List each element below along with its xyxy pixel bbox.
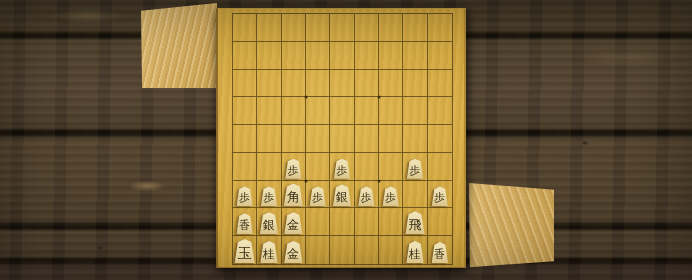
piece-bishop-7g[interactable]: 角 <box>283 183 303 206</box>
piece-kanji: 桂 <box>406 241 424 263</box>
piece-kanji: 歩 <box>333 159 350 179</box>
cell-6e[interactable] <box>306 125 330 153</box>
shogi-board: 歩歩歩歩歩角歩銀歩歩歩香銀金飛玉桂金桂香 <box>216 8 466 268</box>
piece-lance-9h[interactable]: 香 <box>236 213 253 234</box>
cell-5f[interactable]: 歩 <box>330 153 354 181</box>
cell-9g[interactable]: 歩 <box>233 181 257 209</box>
cell-8i[interactable]: 桂 <box>257 236 281 264</box>
piece-kanji: 歩 <box>285 159 302 179</box>
cell-5h[interactable] <box>330 208 354 236</box>
cell-1d[interactable] <box>428 97 452 125</box>
piece-silver-8h[interactable]: 銀 <box>259 212 278 234</box>
cell-9i[interactable]: 玉 <box>233 236 257 264</box>
board-grid: 歩歩歩歩歩角歩銀歩歩歩香銀金飛玉桂金桂香 <box>232 13 453 265</box>
piece-gold-7i[interactable]: 金 <box>284 241 303 263</box>
piece-pawn-7f[interactable]: 歩 <box>285 159 302 179</box>
cell-6f[interactable] <box>306 153 330 181</box>
cell-6h[interactable] <box>306 208 330 236</box>
cell-8e[interactable] <box>257 125 281 153</box>
piece-silver-5g[interactable]: 銀 <box>332 184 351 206</box>
cell-1a[interactable] <box>428 14 452 42</box>
cell-7g[interactable]: 角 <box>282 181 306 209</box>
cell-2c[interactable] <box>403 70 427 98</box>
piece-lance-1i[interactable]: 香 <box>431 242 448 263</box>
star-point <box>304 179 307 182</box>
piece-pawn-2f[interactable]: 歩 <box>406 159 423 179</box>
piece-gold-7h[interactable]: 金 <box>284 212 303 234</box>
cell-3e[interactable] <box>379 125 403 153</box>
cell-4f[interactable] <box>355 153 379 181</box>
cell-1b[interactable] <box>428 42 452 70</box>
cell-6d[interactable] <box>306 97 330 125</box>
cell-7d[interactable] <box>282 97 306 125</box>
cell-3f[interactable] <box>379 153 403 181</box>
cell-3i[interactable] <box>379 236 403 264</box>
cell-1c[interactable] <box>428 70 452 98</box>
cell-3c[interactable] <box>379 70 403 98</box>
cell-6b[interactable] <box>306 42 330 70</box>
cell-8c[interactable] <box>257 70 281 98</box>
cell-9e[interactable] <box>233 125 257 153</box>
cell-3a[interactable] <box>379 14 403 42</box>
cell-7e[interactable] <box>282 125 306 153</box>
cell-6c[interactable] <box>306 70 330 98</box>
cell-2b[interactable] <box>403 42 427 70</box>
cell-5i[interactable] <box>330 236 354 264</box>
star-point <box>377 96 380 99</box>
piece-kanji: 歩 <box>406 159 423 179</box>
cell-7h[interactable]: 金 <box>282 208 306 236</box>
cell-4d[interactable] <box>355 97 379 125</box>
cell-9b[interactable] <box>233 42 257 70</box>
cell-4a[interactable] <box>355 14 379 42</box>
cell-2e[interactable] <box>403 125 427 153</box>
cell-3h[interactable] <box>379 208 403 236</box>
cell-4b[interactable] <box>355 42 379 70</box>
piece-pawn-8g[interactable]: 歩 <box>260 186 277 206</box>
piece-pawn-1g[interactable]: 歩 <box>431 186 448 206</box>
cell-8b[interactable] <box>257 42 281 70</box>
cell-7f[interactable]: 歩 <box>282 153 306 181</box>
piece-rook-2h[interactable]: 飛 <box>405 211 425 234</box>
piece-kanji: 角 <box>283 183 303 206</box>
piece-kanji: 銀 <box>259 212 278 234</box>
cell-8d[interactable] <box>257 97 281 125</box>
cell-5d[interactable] <box>330 97 354 125</box>
piece-kanji: 金 <box>284 241 303 263</box>
star-point <box>377 179 380 182</box>
cell-9c[interactable] <box>233 70 257 98</box>
cell-5a[interactable] <box>330 14 354 42</box>
piece-kanji: 歩 <box>431 186 448 206</box>
cell-8f[interactable] <box>257 153 281 181</box>
piece-knight-8i[interactable]: 桂 <box>260 241 278 263</box>
cell-6a[interactable] <box>306 14 330 42</box>
cell-1f[interactable] <box>428 153 452 181</box>
piece-kanji: 香 <box>431 242 448 263</box>
piece-pawn-9g[interactable]: 歩 <box>236 186 253 206</box>
cell-4h[interactable] <box>355 208 379 236</box>
cell-9f[interactable] <box>233 153 257 181</box>
cell-1e[interactable] <box>428 125 452 153</box>
piece-knight-2i[interactable]: 桂 <box>406 241 424 263</box>
piece-kanji: 玉 <box>234 239 255 263</box>
cell-2i[interactable]: 桂 <box>403 236 427 264</box>
cell-4g[interactable]: 歩 <box>355 181 379 209</box>
piece-kanji: 銀 <box>332 184 351 206</box>
piece-kanji: 歩 <box>358 186 375 206</box>
piece-kanji: 歩 <box>236 186 253 206</box>
cell-7i[interactable]: 金 <box>282 236 306 264</box>
cell-2a[interactable] <box>403 14 427 42</box>
piece-king-9i[interactable]: 玉 <box>234 239 255 263</box>
cell-2h[interactable]: 飛 <box>403 208 427 236</box>
cell-7a[interactable] <box>282 14 306 42</box>
cell-9a[interactable] <box>233 14 257 42</box>
cell-2f[interactable]: 歩 <box>403 153 427 181</box>
piece-stand-right <box>469 183 554 268</box>
cell-5b[interactable] <box>330 42 354 70</box>
piece-stand-left <box>141 3 217 88</box>
cell-4e[interactable] <box>355 125 379 153</box>
cell-4i[interactable] <box>355 236 379 264</box>
cell-2d[interactable] <box>403 97 427 125</box>
cell-5g[interactable]: 銀 <box>330 181 354 209</box>
cell-7b[interactable] <box>282 42 306 70</box>
cell-3g[interactable]: 歩 <box>379 181 403 209</box>
photo-scene: 歩歩歩歩歩角歩銀歩歩歩香銀金飛玉桂金桂香 <box>0 0 692 280</box>
cell-7c[interactable] <box>282 70 306 98</box>
cell-4c[interactable] <box>355 70 379 98</box>
cell-3d[interactable] <box>379 97 403 125</box>
cell-6i[interactable] <box>306 236 330 264</box>
star-point <box>304 96 307 99</box>
cell-1i[interactable]: 香 <box>428 236 452 264</box>
piece-kanji: 金 <box>284 212 303 234</box>
piece-kanji: 歩 <box>382 186 399 206</box>
piece-pawn-4g[interactable]: 歩 <box>358 186 375 206</box>
cell-8g[interactable]: 歩 <box>257 181 281 209</box>
piece-kanji: 飛 <box>405 211 425 234</box>
cell-1g[interactable]: 歩 <box>428 181 452 209</box>
piece-pawn-5f[interactable]: 歩 <box>333 159 350 179</box>
cell-1h[interactable] <box>428 208 452 236</box>
cell-6g[interactable]: 歩 <box>306 181 330 209</box>
cell-2g[interactable] <box>403 181 427 209</box>
piece-kanji: 歩 <box>260 186 277 206</box>
cell-9h[interactable]: 香 <box>233 208 257 236</box>
cell-8h[interactable]: 銀 <box>257 208 281 236</box>
piece-kanji: 歩 <box>309 186 326 206</box>
cell-8a[interactable] <box>257 14 281 42</box>
piece-kanji: 桂 <box>260 241 278 263</box>
cell-9d[interactable] <box>233 97 257 125</box>
piece-pawn-3g[interactable]: 歩 <box>382 186 399 206</box>
piece-pawn-6g[interactable]: 歩 <box>309 186 326 206</box>
piece-kanji: 香 <box>236 213 253 234</box>
cell-5c[interactable] <box>330 70 354 98</box>
cell-5e[interactable] <box>330 125 354 153</box>
cell-3b[interactable] <box>379 42 403 70</box>
